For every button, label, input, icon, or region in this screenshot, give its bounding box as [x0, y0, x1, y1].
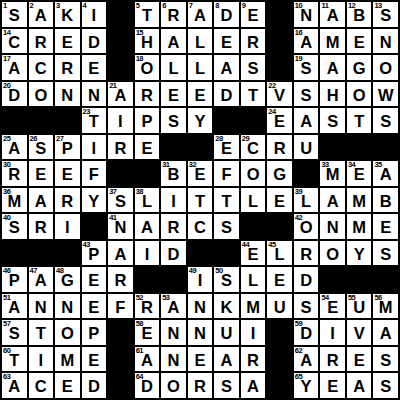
clue-number: 26 [30, 135, 37, 143]
letter-cell[interactable]: K [214, 294, 239, 319]
clue-number: 24 [268, 108, 275, 116]
clue-number: 30 [3, 161, 10, 169]
clue-number: 35 [374, 161, 381, 169]
letter-cell[interactable]: 1S [2, 2, 27, 27]
letter-cell[interactable]: C [29, 55, 54, 80]
letter-cell[interactable]: O [55, 320, 80, 345]
letter-cell[interactable]: 8D [214, 2, 239, 27]
clue-number: 52 [136, 294, 143, 302]
cell-letter: R [35, 219, 47, 239]
letter-cell[interactable]: O [161, 373, 186, 398]
cell-letter: S [9, 7, 20, 27]
letter-cell[interactable]: O [241, 161, 266, 186]
letter-cell[interactable]: E [82, 55, 107, 80]
cell-letter: K [221, 299, 233, 319]
cell-letter: G [273, 166, 286, 186]
letter-cell[interactable]: 61A [135, 347, 160, 372]
letter-cell[interactable]: N [373, 29, 398, 54]
letter-cell[interactable]: S [373, 373, 398, 398]
letter-cell[interactable]: N [82, 82, 107, 107]
letter-cell[interactable]: R [135, 82, 160, 107]
cell-letter: R [114, 272, 126, 292]
letter-cell[interactable]: 30R [2, 161, 27, 186]
letter-cell[interactable]: R [29, 29, 54, 54]
letter-cell[interactable]: G [267, 161, 292, 186]
letter-cell[interactable]: E [55, 373, 80, 398]
black-cell [82, 214, 107, 239]
letter-cell[interactable]: 20D [2, 82, 27, 107]
letter-cell[interactable]: 39L [294, 188, 319, 213]
letter-cell[interactable]: N [161, 347, 186, 372]
cell-letter: C [35, 60, 47, 80]
letter-cell[interactable]: 12B [347, 2, 372, 27]
letter-cell[interactable]: Y [82, 188, 107, 213]
clue-number: 9 [242, 2, 246, 10]
letter-cell[interactable]: 29C [241, 135, 266, 160]
clue-number: 58 [136, 320, 143, 328]
black-cell [320, 135, 345, 160]
black-cell [108, 320, 133, 345]
cell-letter: Y [88, 193, 99, 213]
letter-cell[interactable]: A [161, 29, 186, 54]
letter-cell[interactable]: Y [188, 108, 213, 133]
cell-letter: A [353, 378, 365, 398]
clue-number: 11 [321, 2, 328, 10]
letter-cell[interactable]: R [29, 214, 54, 239]
letter-cell[interactable]: L [241, 267, 266, 292]
cell-letter: R [247, 34, 259, 54]
cell-letter: P [141, 113, 152, 133]
letter-cell[interactable]: O [373, 55, 398, 80]
letter-cell[interactable]: 38L [135, 188, 160, 213]
letter-cell[interactable]: M [241, 294, 266, 319]
clue-number: 59 [295, 320, 302, 328]
cell-letter: I [171, 193, 176, 213]
letter-cell[interactable]: N [55, 82, 80, 107]
black-cell [320, 267, 345, 292]
cell-letter: F [89, 166, 99, 186]
letter-cell[interactable]: 40S [2, 214, 27, 239]
cell-letter: E [248, 246, 259, 266]
letter-cell[interactable]: S [373, 347, 398, 372]
cell-letter: K [61, 7, 73, 27]
letter-cell[interactable]: E [55, 161, 80, 186]
letter-cell[interactable]: 62A [294, 347, 319, 372]
cell-letter: E [168, 87, 179, 107]
letter-cell[interactable]: N [55, 294, 80, 319]
letter-cell[interactable]: R [320, 347, 345, 372]
letter-cell[interactable]: 18O [135, 55, 160, 80]
cell-letter: W [378, 87, 394, 107]
letter-cell[interactable]: 5T [135, 2, 160, 27]
clue-number: 47 [30, 267, 37, 275]
letter-cell[interactable]: 51A [2, 294, 27, 319]
cell-letter: I [39, 352, 44, 372]
clue-number: 31 [162, 161, 169, 169]
letter-cell[interactable]: 23T [82, 108, 107, 133]
clue-number: 25 [3, 135, 10, 143]
letter-cell[interactable]: L [188, 29, 213, 54]
cell-letter: E [274, 193, 285, 213]
cell-letter: S [9, 325, 20, 345]
letter-cell[interactable]: 26S [29, 135, 54, 160]
letter-cell[interactable]: N [320, 214, 345, 239]
black-cell [373, 135, 398, 160]
cell-letter: E [194, 166, 205, 186]
letter-cell[interactable]: S [214, 373, 239, 398]
letter-cell[interactable]: G [347, 55, 372, 80]
letter-cell[interactable]: E [82, 347, 107, 372]
letter-cell[interactable]: 24E [267, 108, 292, 133]
cell-letter: E [274, 272, 285, 292]
letter-cell[interactable]: 56M [373, 294, 398, 319]
letter-cell[interactable]: V [347, 320, 372, 345]
clue-number: 32 [189, 161, 196, 169]
letter-cell[interactable]: I [241, 320, 266, 345]
cell-letter: E [194, 87, 205, 107]
letter-cell[interactable]: T [29, 320, 54, 345]
letter-cell[interactable]: E [188, 347, 213, 372]
letter-cell[interactable]: A [320, 55, 345, 80]
letter-cell[interactable]: N [188, 320, 213, 345]
letter-cell[interactable]: F [82, 161, 107, 186]
letter-cell[interactable]: E [373, 214, 398, 239]
letter-cell[interactable]: E [347, 347, 372, 372]
cell-letter: R [35, 34, 47, 54]
letter-cell[interactable]: W [373, 82, 398, 107]
letter-cell[interactable]: 54E [320, 294, 345, 319]
letter-cell[interactable]: 44E [241, 241, 266, 266]
letter-cell[interactable]: E [135, 135, 160, 160]
letter-cell[interactable]: L [188, 55, 213, 80]
letter-cell[interactable]: R [241, 29, 266, 54]
letter-cell[interactable]: 46P [2, 267, 27, 292]
cell-letter: S [327, 113, 338, 133]
letter-cell[interactable]: H [320, 82, 345, 107]
cell-letter: I [198, 272, 203, 292]
cell-letter: I [251, 325, 256, 345]
letter-cell[interactable]: 43P [82, 241, 107, 266]
letter-cell[interactable]: 4I [82, 2, 107, 27]
clue-number: 16 [295, 29, 302, 37]
cell-letter: M [326, 34, 340, 54]
letter-cell[interactable]: 34E [347, 161, 372, 186]
letter-cell[interactable]: 27P [55, 135, 80, 160]
black-cell [108, 373, 133, 398]
crossword-board: 1S2A3K4I5T6R7A8D9E10N11A12B13S14CRED15HA… [0, 0, 400, 400]
letter-cell[interactable]: N [161, 320, 186, 345]
cell-letter: N [35, 299, 47, 319]
black-cell [188, 135, 213, 160]
cell-letter: A [380, 325, 392, 345]
letter-cell[interactable]: S [214, 214, 239, 239]
letter-cell[interactable]: 47A [29, 267, 54, 292]
letter-cell[interactable]: 7A [188, 2, 213, 27]
black-cell [267, 347, 292, 372]
letter-cell[interactable]: S [373, 108, 398, 133]
letter-cell[interactable]: D [214, 82, 239, 107]
letter-cell[interactable]: 59D [294, 320, 319, 345]
letter-cell[interactable]: 13S [373, 2, 398, 27]
letter-cell[interactable]: D [161, 241, 186, 266]
black-cell [241, 214, 266, 239]
letter-cell[interactable]: 48G [55, 267, 80, 292]
letter-cell[interactable]: T [241, 82, 266, 107]
letter-cell[interactable]: Y [347, 241, 372, 266]
letter-cell[interactable]: R [241, 347, 266, 372]
black-cell [294, 161, 319, 186]
cell-letter: S [248, 60, 259, 80]
clue-number: 33 [321, 161, 328, 169]
letter-cell[interactable]: F [108, 294, 133, 319]
clue-number: 44 [242, 241, 249, 249]
letter-cell[interactable]: C [188, 214, 213, 239]
letter-cell[interactable]: 11A [320, 2, 345, 27]
black-cell [135, 161, 160, 186]
cell-letter: B [380, 193, 392, 213]
cell-letter: A [194, 7, 206, 27]
letter-cell[interactable]: 15H [135, 29, 160, 54]
clue-number: 34 [348, 161, 355, 169]
cell-letter: O [61, 325, 74, 345]
letter-cell[interactable]: N [188, 294, 213, 319]
letter-cell[interactable]: M [320, 29, 345, 54]
letter-cell[interactable]: E [82, 294, 107, 319]
letter-cell[interactable]: 19S [294, 55, 319, 80]
letter-cell[interactable]: 10N [294, 2, 319, 27]
letter-cell[interactable]: A [29, 188, 54, 213]
cell-letter: U [300, 140, 312, 160]
letter-cell[interactable]: 63A [2, 373, 27, 398]
letter-cell[interactable]: A [214, 55, 239, 80]
cell-letter: Y [194, 113, 205, 133]
letter-cell[interactable]: I [161, 188, 186, 213]
letter-cell[interactable]: M [347, 188, 372, 213]
letter-cell[interactable]: S [294, 294, 319, 319]
cell-letter: T [142, 7, 152, 27]
letter-cell[interactable]: 2A [29, 2, 54, 27]
letter-cell[interactable]: E [267, 267, 292, 292]
letter-cell[interactable]: I [320, 320, 345, 345]
letter-cell[interactable]: R [294, 241, 319, 266]
cell-letter: O [379, 60, 392, 80]
letter-cell[interactable]: E [82, 267, 107, 292]
cell-letter: N [167, 325, 179, 345]
letter-cell[interactable]: A [347, 373, 372, 398]
letter-cell[interactable]: I [108, 108, 133, 133]
letter-cell[interactable]: P [82, 320, 107, 345]
letter-cell[interactable]: R [161, 214, 186, 239]
letter-cell[interactable]: 16A [294, 29, 319, 54]
letter-cell[interactable]: C [29, 373, 54, 398]
clue-number: 42 [295, 214, 302, 222]
letter-cell[interactable]: D [82, 29, 107, 54]
clue-number: 20 [3, 82, 10, 90]
clue-number: 38 [136, 188, 143, 196]
black-cell [267, 214, 292, 239]
letter-cell[interactable]: B [373, 188, 398, 213]
letter-cell[interactable]: A [241, 373, 266, 398]
letter-cell[interactable]: 65Y [294, 373, 319, 398]
letter-cell[interactable]: 57S [2, 320, 27, 345]
letter-cell[interactable]: 42O [294, 214, 319, 239]
letter-cell[interactable]: 9E [241, 2, 266, 27]
black-cell [29, 241, 54, 266]
letter-cell[interactable]: 52R [135, 294, 160, 319]
cell-letter: A [114, 246, 126, 266]
letter-cell[interactable]: D [82, 373, 107, 398]
letter-cell[interactable]: E [347, 29, 372, 54]
letter-cell[interactable]: 64D [135, 373, 160, 398]
cell-letter: R [194, 378, 206, 398]
letter-cell[interactable]: R [108, 135, 133, 160]
letter-cell[interactable]: 41N [108, 214, 133, 239]
letter-cell[interactable]: T [347, 108, 372, 133]
letter-cell[interactable]: S [320, 108, 345, 133]
cell-letter: A [247, 378, 259, 398]
letter-cell[interactable]: 50S [214, 267, 239, 292]
letter-cell[interactable]: 17A [2, 55, 27, 80]
letter-cell[interactable]: 58E [135, 320, 160, 345]
letter-cell[interactable]: L [161, 55, 186, 80]
letter-cell[interactable]: R [188, 373, 213, 398]
clue-number: 41 [109, 214, 116, 222]
letter-cell[interactable]: E [214, 29, 239, 54]
cell-letter: R [167, 219, 179, 239]
letter-cell[interactable]: 35A [373, 161, 398, 186]
letter-cell[interactable]: E [161, 82, 186, 107]
black-cell [108, 29, 133, 54]
letter-cell[interactable]: A [214, 347, 239, 372]
letter-cell[interactable]: A [373, 320, 398, 345]
letter-cell[interactable]: 37S [108, 188, 133, 213]
black-cell [267, 55, 292, 80]
letter-cell[interactable]: 32E [188, 161, 213, 186]
clue-number: 17 [3, 55, 10, 63]
letter-cell[interactable]: O [320, 241, 345, 266]
letter-cell[interactable]: 31B [161, 161, 186, 186]
letter-cell[interactable]: 36M [2, 188, 27, 213]
cell-letter: R [114, 140, 126, 160]
cell-letter: O [34, 87, 47, 107]
cell-letter: D [300, 272, 312, 292]
cell-letter: Y [301, 378, 312, 398]
letter-cell[interactable]: A [108, 241, 133, 266]
letter-cell[interactable]: E [188, 82, 213, 107]
letter-cell[interactable]: 55U [347, 294, 372, 319]
cell-letter: D [88, 34, 100, 54]
letter-cell[interactable]: 3K [55, 2, 80, 27]
letter-cell[interactable]: R [267, 135, 292, 160]
letter-cell[interactable]: S [161, 108, 186, 133]
letter-cell[interactable]: 60T [2, 347, 27, 372]
letter-cell[interactable]: E [320, 373, 345, 398]
letter-cell[interactable]: M [347, 214, 372, 239]
letter-cell[interactable]: O [347, 82, 372, 107]
letter-cell[interactable]: R [55, 55, 80, 80]
letter-cell[interactable]: A [294, 108, 319, 133]
letter-cell[interactable]: T [188, 188, 213, 213]
clue-number: 54 [321, 294, 328, 302]
black-cell [2, 108, 27, 133]
letter-cell[interactable]: E [55, 29, 80, 54]
black-cell [29, 108, 54, 133]
letter-cell[interactable]: T [214, 188, 239, 213]
letter-cell[interactable]: 33M [320, 161, 345, 186]
letter-cell[interactable]: 14C [2, 29, 27, 54]
letter-cell[interactable]: R [108, 267, 133, 292]
clue-number: 27 [56, 135, 63, 143]
letter-cell[interactable]: L [241, 188, 266, 213]
letter-cell[interactable]: 21A [108, 82, 133, 107]
letter-cell[interactable]: 22V [267, 82, 292, 107]
letter-cell[interactable]: P [135, 108, 160, 133]
letter-cell[interactable]: 28E [214, 135, 239, 160]
letter-cell[interactable]: S [294, 82, 319, 107]
cell-letter: O [247, 166, 260, 186]
cell-letter: A [327, 193, 339, 213]
letter-cell[interactable]: U [267, 294, 292, 319]
letter-cell[interactable]: I [135, 241, 160, 266]
clue-number: 10 [295, 2, 302, 10]
black-cell [214, 108, 239, 133]
letter-cell[interactable]: N [29, 294, 54, 319]
letter-cell[interactable]: 49I [188, 267, 213, 292]
cell-letter: S [9, 219, 20, 239]
cell-letter: I [92, 7, 97, 27]
cell-letter: L [142, 193, 152, 213]
cell-letter: R [61, 60, 73, 80]
letter-cell[interactable]: E [267, 188, 292, 213]
letter-cell[interactable]: 25A [2, 135, 27, 160]
cell-letter: S [168, 113, 179, 133]
letter-cell[interactable]: S [241, 55, 266, 80]
cell-letter: A [327, 60, 339, 80]
letter-cell[interactable]: A [135, 214, 160, 239]
letter-cell[interactable]: A [320, 188, 345, 213]
cell-letter: D [221, 87, 233, 107]
letter-cell[interactable]: O [29, 82, 54, 107]
letter-cell[interactable]: 45L [267, 241, 292, 266]
clue-number: 18 [136, 55, 143, 63]
cell-letter: T [36, 325, 46, 345]
clue-number: 65 [295, 373, 302, 381]
letter-cell[interactable]: M [55, 347, 80, 372]
cell-letter: A [167, 34, 179, 54]
letter-cell[interactable]: I [29, 347, 54, 372]
clue-number: 15 [136, 29, 143, 37]
cell-letter: E [354, 34, 365, 54]
letter-cell[interactable]: U [294, 135, 319, 160]
letter-cell[interactable]: 53A [161, 294, 186, 319]
letter-cell[interactable]: S [373, 241, 398, 266]
letter-cell[interactable]: D [294, 267, 319, 292]
clue-number: 60 [3, 347, 10, 355]
black-cell [241, 108, 266, 133]
cell-letter: E [274, 113, 285, 133]
letter-cell[interactable]: R [55, 188, 80, 213]
cell-letter: T [221, 193, 231, 213]
letter-cell[interactable]: F [214, 161, 239, 186]
letter-cell[interactable]: U [214, 320, 239, 345]
letter-cell[interactable]: E [29, 161, 54, 186]
cell-letter: T [354, 113, 364, 133]
cell-letter: L [301, 193, 311, 213]
letter-cell[interactable]: I [82, 135, 107, 160]
letter-cell[interactable]: 6R [161, 2, 186, 27]
cell-letter: E [88, 60, 99, 80]
letter-cell[interactable]: I [55, 214, 80, 239]
